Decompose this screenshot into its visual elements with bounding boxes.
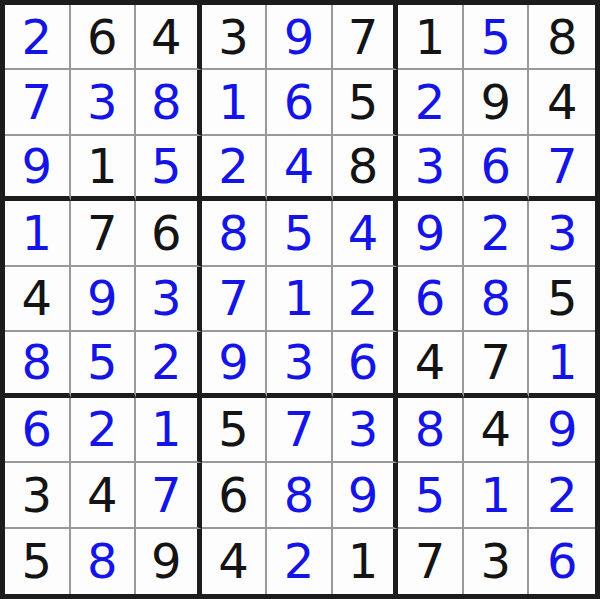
- sudoku-cell[interactable]: 5: [464, 5, 530, 70]
- sudoku-cell[interactable]: 7: [71, 201, 137, 266]
- sudoku-cell[interactable]: 1: [71, 136, 137, 201]
- sudoku-cell[interactable]: 3: [333, 398, 399, 463]
- sudoku-cell[interactable]: 7: [333, 5, 399, 70]
- sudoku-cell[interactable]: 6: [5, 398, 71, 463]
- sudoku-cell[interactable]: 5: [398, 463, 464, 528]
- sudoku-cell[interactable]: 3: [202, 5, 268, 70]
- sudoku-cell[interactable]: 2: [267, 529, 333, 594]
- sudoku-cell[interactable]: 9: [202, 332, 268, 397]
- sudoku-cell[interactable]: 4: [333, 201, 399, 266]
- sudoku-cell[interactable]: 7: [529, 136, 595, 201]
- sudoku-cell[interactable]: 2: [5, 5, 71, 70]
- sudoku-cell[interactable]: 3: [398, 136, 464, 201]
- sudoku-cell[interactable]: 1: [529, 332, 595, 397]
- sudoku-cell[interactable]: 3: [136, 267, 202, 332]
- sudoku-cell[interactable]: 8: [333, 136, 399, 201]
- sudoku-cell[interactable]: 8: [5, 332, 71, 397]
- sudoku-cell[interactable]: 9: [267, 5, 333, 70]
- sudoku-cell[interactable]: 5: [267, 201, 333, 266]
- sudoku-cell[interactable]: 9: [398, 201, 464, 266]
- sudoku-cell[interactable]: 4: [136, 5, 202, 70]
- sudoku-cell[interactable]: 4: [398, 332, 464, 397]
- sudoku-cell[interactable]: 3: [71, 70, 137, 135]
- sudoku-cell[interactable]: 8: [136, 70, 202, 135]
- sudoku-cell[interactable]: 2: [136, 332, 202, 397]
- sudoku-cell[interactable]: 3: [5, 463, 71, 528]
- sudoku-cell[interactable]: 5: [71, 332, 137, 397]
- sudoku-cell[interactable]: 2: [464, 201, 530, 266]
- sudoku-cell[interactable]: 6: [333, 332, 399, 397]
- sudoku-cell[interactable]: 7: [5, 70, 71, 135]
- sudoku-cell[interactable]: 1: [136, 398, 202, 463]
- sudoku-cell[interactable]: 6: [529, 529, 595, 594]
- sudoku-cell[interactable]: 6: [202, 463, 268, 528]
- sudoku-cell[interactable]: 4: [202, 529, 268, 594]
- sudoku-cell[interactable]: 7: [398, 529, 464, 594]
- sudoku-cell[interactable]: 8: [71, 529, 137, 594]
- sudoku-cell[interactable]: 8: [529, 5, 595, 70]
- sudoku-cell[interactable]: 3: [267, 332, 333, 397]
- sudoku-cell[interactable]: 9: [5, 136, 71, 201]
- sudoku-cell[interactable]: 7: [464, 332, 530, 397]
- sudoku-cell[interactable]: 9: [136, 529, 202, 594]
- sudoku-cell[interactable]: 1: [333, 529, 399, 594]
- sudoku-cell[interactable]: 8: [202, 201, 268, 266]
- sudoku-cell[interactable]: 7: [267, 398, 333, 463]
- sudoku-cell[interactable]: 5: [202, 398, 268, 463]
- sudoku-cell[interactable]: 4: [464, 398, 530, 463]
- sudoku-cell[interactable]: 9: [464, 70, 530, 135]
- sudoku-cell[interactable]: 8: [267, 463, 333, 528]
- sudoku-cell[interactable]: 4: [5, 267, 71, 332]
- sudoku-cell[interactable]: 9: [71, 267, 137, 332]
- sudoku-board: 2643971587381652949152483671768549234937…: [0, 0, 600, 599]
- sudoku-cell[interactable]: 1: [398, 5, 464, 70]
- sudoku-cell[interactable]: 4: [71, 463, 137, 528]
- sudoku-cell[interactable]: 9: [333, 463, 399, 528]
- sudoku-cell[interactable]: 5: [529, 267, 595, 332]
- sudoku-cell[interactable]: 5: [136, 136, 202, 201]
- sudoku-cell[interactable]: 6: [71, 5, 137, 70]
- sudoku-cell[interactable]: 5: [5, 529, 71, 594]
- sudoku-cell[interactable]: 2: [202, 136, 268, 201]
- sudoku-cell[interactable]: 6: [267, 70, 333, 135]
- sudoku-cell[interactable]: 2: [333, 267, 399, 332]
- sudoku-cell[interactable]: 1: [267, 267, 333, 332]
- sudoku-cell[interactable]: 6: [136, 201, 202, 266]
- sudoku-cell[interactable]: 6: [464, 136, 530, 201]
- sudoku-cell[interactable]: 7: [136, 463, 202, 528]
- sudoku-cell[interactable]: 3: [464, 529, 530, 594]
- sudoku-cell[interactable]: 3: [529, 201, 595, 266]
- sudoku-cell[interactable]: 5: [333, 70, 399, 135]
- sudoku-cell[interactable]: 6: [398, 267, 464, 332]
- sudoku-cell[interactable]: 4: [529, 70, 595, 135]
- sudoku-cell[interactable]: 2: [398, 70, 464, 135]
- sudoku-cell[interactable]: 8: [398, 398, 464, 463]
- sudoku-app: 2643971587381652949152483671768549234937…: [0, 0, 600, 599]
- sudoku-cell[interactable]: 8: [464, 267, 530, 332]
- sudoku-cell[interactable]: 4: [267, 136, 333, 201]
- sudoku-cell[interactable]: 1: [5, 201, 71, 266]
- sudoku-cell[interactable]: 9: [529, 398, 595, 463]
- sudoku-cell[interactable]: 1: [202, 70, 268, 135]
- sudoku-cell[interactable]: 2: [529, 463, 595, 528]
- sudoku-cell[interactable]: 1: [464, 463, 530, 528]
- sudoku-cell[interactable]: 2: [71, 398, 137, 463]
- sudoku-cell[interactable]: 7: [202, 267, 268, 332]
